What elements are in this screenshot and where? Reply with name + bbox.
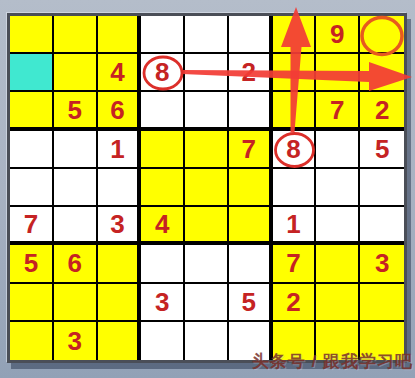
- cell-r9c2[interactable]: 3: [54, 322, 98, 360]
- cell-r3c1[interactable]: [10, 92, 54, 130]
- cell-r3c9[interactable]: 2: [360, 92, 404, 130]
- cell-r5c3[interactable]: [98, 169, 142, 207]
- cell-r1c2[interactable]: [54, 16, 98, 54]
- cell-r9c5[interactable]: [185, 322, 229, 360]
- cell-r1c3[interactable]: [98, 16, 142, 54]
- watermark: 头条号 / 跟我学习吧: [252, 350, 413, 373]
- cell-r2c6[interactable]: 2: [229, 54, 273, 92]
- cell-r3c5[interactable]: [185, 92, 229, 130]
- cell-r2c9[interactable]: [360, 54, 404, 92]
- cell-r4c8[interactable]: [316, 131, 360, 169]
- cell-r2c3[interactable]: 4: [98, 54, 142, 92]
- cell-r2c7[interactable]: [273, 54, 317, 92]
- cell-r5c4[interactable]: [141, 169, 185, 207]
- sudoku-board: 948256721785734156733523: [7, 13, 407, 363]
- cell-r9c1[interactable]: [10, 322, 54, 360]
- cell-r1c7[interactable]: [273, 16, 317, 54]
- cell-r3c4[interactable]: [141, 92, 185, 130]
- cell-r6c7[interactable]: 1: [273, 207, 317, 245]
- cell-r7c8[interactable]: [316, 245, 360, 283]
- cell-r4c5[interactable]: [185, 131, 229, 169]
- cell-r1c1[interactable]: [10, 16, 54, 54]
- cell-r8c6[interactable]: 5: [229, 284, 273, 322]
- cell-r6c5[interactable]: [185, 207, 229, 245]
- sudoku-board-grid: 948256721785734156733523: [10, 16, 404, 360]
- cell-r2c1[interactable]: [10, 54, 54, 92]
- cell-r5c2[interactable]: [54, 169, 98, 207]
- cell-r7c9[interactable]: 3: [360, 245, 404, 283]
- cell-r3c6[interactable]: [229, 92, 273, 130]
- cell-r7c6[interactable]: [229, 245, 273, 283]
- cell-r9c3[interactable]: [98, 322, 142, 360]
- cell-r6c9[interactable]: [360, 207, 404, 245]
- cell-r2c5[interactable]: [185, 54, 229, 92]
- cell-r6c8[interactable]: [316, 207, 360, 245]
- cell-r3c8[interactable]: 7: [316, 92, 360, 130]
- cell-r6c6[interactable]: [229, 207, 273, 245]
- cell-r8c4[interactable]: 3: [141, 284, 185, 322]
- cell-r8c7[interactable]: 2: [273, 284, 317, 322]
- cell-r4c1[interactable]: [10, 131, 54, 169]
- cell-r4c7[interactable]: 8: [273, 131, 317, 169]
- cell-r3c7[interactable]: [273, 92, 317, 130]
- cell-r7c1[interactable]: 5: [10, 245, 54, 283]
- cell-r4c9[interactable]: 5: [360, 131, 404, 169]
- cell-r9c4[interactable]: [141, 322, 185, 360]
- cell-r4c4[interactable]: [141, 131, 185, 169]
- cell-r8c3[interactable]: [98, 284, 142, 322]
- cell-r3c3[interactable]: 6: [98, 92, 142, 130]
- cell-r8c8[interactable]: [316, 284, 360, 322]
- cell-r8c1[interactable]: [10, 284, 54, 322]
- cell-r1c4[interactable]: [141, 16, 185, 54]
- cell-r2c2[interactable]: [54, 54, 98, 92]
- cell-r6c2[interactable]: [54, 207, 98, 245]
- cell-r4c6[interactable]: 7: [229, 131, 273, 169]
- cell-r6c1[interactable]: 7: [10, 207, 54, 245]
- cell-r5c1[interactable]: [10, 169, 54, 207]
- cell-r7c4[interactable]: [141, 245, 185, 283]
- cell-r1c8[interactable]: 9: [316, 16, 360, 54]
- cell-r5c7[interactable]: [273, 169, 317, 207]
- cell-r8c5[interactable]: [185, 284, 229, 322]
- cell-r1c6[interactable]: [229, 16, 273, 54]
- cell-r5c8[interactable]: [316, 169, 360, 207]
- cell-r2c8[interactable]: [316, 54, 360, 92]
- cell-r6c3[interactable]: 3: [98, 207, 142, 245]
- cell-r7c7[interactable]: 7: [273, 245, 317, 283]
- cell-r3c2[interactable]: 5: [54, 92, 98, 130]
- cell-r7c5[interactable]: [185, 245, 229, 283]
- cell-r1c5[interactable]: [185, 16, 229, 54]
- cell-r6c4[interactable]: 4: [141, 207, 185, 245]
- cell-r4c2[interactable]: [54, 131, 98, 169]
- cell-r7c3[interactable]: [98, 245, 142, 283]
- cell-r5c6[interactable]: [229, 169, 273, 207]
- cell-r8c2[interactable]: [54, 284, 98, 322]
- cell-r7c2[interactable]: 6: [54, 245, 98, 283]
- cell-r5c5[interactable]: [185, 169, 229, 207]
- cell-r5c9[interactable]: [360, 169, 404, 207]
- cell-r8c9[interactable]: [360, 284, 404, 322]
- cell-r1c9[interactable]: [360, 16, 404, 54]
- cell-r4c3[interactable]: 1: [98, 131, 142, 169]
- cell-r2c4[interactable]: 8: [141, 54, 185, 92]
- sudoku-tutorial-screenshot: 948256721785734156733523 头条号 / 跟我学习吧: [0, 0, 415, 378]
